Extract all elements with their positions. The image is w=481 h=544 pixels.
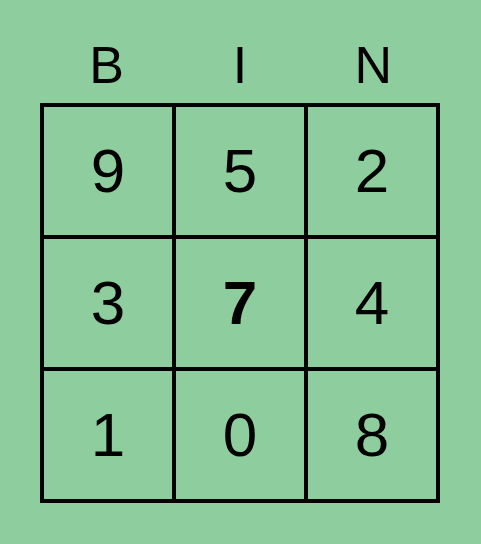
cell-r2c1[interactable]: 0 (176, 371, 304, 499)
cell-r0c2[interactable]: 2 (308, 107, 436, 235)
header-letter-b: B (40, 36, 173, 94)
cell-r1c2[interactable]: 4 (308, 239, 436, 367)
column-header-row: B I N (40, 36, 440, 94)
cell-r1c0[interactable]: 3 (44, 239, 172, 367)
header-letter-i: I (173, 36, 306, 94)
bingo-board: 9 5 2 3 7 4 1 0 8 (40, 103, 440, 503)
header-letter-n: N (307, 36, 440, 94)
cell-r1c1[interactable]: 7 (176, 239, 304, 367)
cell-r0c0[interactable]: 9 (44, 107, 172, 235)
cell-r2c0[interactable]: 1 (44, 371, 172, 499)
cell-r2c2[interactable]: 8 (308, 371, 436, 499)
cell-r0c1[interactable]: 5 (176, 107, 304, 235)
